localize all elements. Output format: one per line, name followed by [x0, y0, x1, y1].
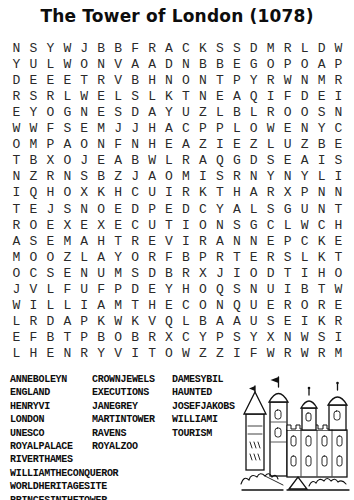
grid-cell-r14c11: B [178, 249, 195, 265]
grid-cell-r1c18: L [296, 40, 313, 56]
word-list-item: JANEGREY [92, 400, 172, 413]
grid-cell-r5c20: N [330, 104, 347, 120]
grid-cell-r15c7: M [110, 265, 127, 281]
grid-cell-r15c16: D [262, 265, 279, 281]
word-list-item: DAMESYBIL [172, 373, 242, 386]
grid-cell-r6c13: P [211, 121, 228, 137]
grid-cell-r7c15: Z [245, 137, 262, 153]
grid-cell-r18c13: A [211, 314, 228, 330]
grid-cell-r16c3: L [42, 282, 59, 298]
word-search-page: The Tower of London (1078) NSYWJBBFRACKS… [0, 0, 354, 500]
grid-cell-r10c12: K [194, 185, 211, 201]
grid-cell-r4c8: S [127, 88, 144, 104]
word-list-item: WILLIAMI [172, 413, 242, 426]
grid-cell-r12c16: C [262, 217, 279, 233]
grid-cell-r20c13: Z [211, 346, 228, 362]
grid-cell-r9c19: L [313, 169, 330, 185]
grid-cell-r20c12: Z [194, 346, 211, 362]
grid-cell-r16c20: W [330, 282, 347, 298]
grid-cell-r3c14: P [228, 72, 245, 88]
grid-cell-r12c17: L [279, 217, 296, 233]
grid-cell-r4c20: I [330, 88, 347, 104]
grid-cell-r18c3: D [42, 314, 59, 330]
grid-cell-r7c16: L [262, 137, 279, 153]
grid-cell-r5c15: L [245, 104, 262, 120]
grid-cell-r8c15: D [245, 153, 262, 169]
grid-cell-r4c4: L [59, 88, 76, 104]
grid-cell-r2c2: U [25, 56, 42, 72]
grid-cell-r20c14: I [228, 346, 245, 362]
grid-cell-r9c2: Z [25, 169, 42, 185]
grid-cell-r18c7: W [110, 314, 127, 330]
grid-cell-r15c9: D [144, 265, 161, 281]
grid-cell-r15c11: R [178, 265, 195, 281]
grid-cell-r4c11: T [178, 88, 195, 104]
grid-cell-r18c19: K [313, 314, 330, 330]
grid-cell-r19c7: O [110, 330, 127, 346]
grid-cell-r13c2: S [25, 233, 42, 249]
word-list-item: HENRYVI [10, 400, 92, 413]
grid-cell-r15c17: T [279, 265, 296, 281]
grid-cell-r15c14: I [228, 265, 245, 281]
grid-cell-r14c20: T [330, 249, 347, 265]
grid-cell-r4c17: F [279, 88, 296, 104]
grid-cell-r3c15: Y [245, 72, 262, 88]
grid-cell-r13c15: N [245, 233, 262, 249]
grid-cell-r11c9: P [144, 201, 161, 217]
grid-cell-r3c2: E [25, 72, 42, 88]
grid-cell-r14c17: S [279, 249, 296, 265]
grid-cell-r7c9: H [144, 137, 161, 153]
word-list-columns: ANNEBOLEYNENGLANDHENRYVILONDONUNESCOROYA… [10, 373, 242, 453]
grid-cell-r16c9: E [144, 282, 161, 298]
grid-cell-r4c18: D [296, 88, 313, 104]
grid-cell-r18c8: K [127, 314, 144, 330]
grid-cell-r14c12: P [194, 249, 211, 265]
grid-cell-r4c9: L [144, 88, 161, 104]
grid-cell-r16c17: I [279, 282, 296, 298]
grid-cell-r19c13: P [211, 330, 228, 346]
grid-cell-r17c2: I [25, 298, 42, 314]
grid-cell-r11c1: T [8, 201, 25, 217]
word-list-item: RIVERTHAMES [10, 453, 242, 466]
word-list-item: ROYALPALACE [10, 440, 92, 453]
grid-cell-r9c20: I [330, 169, 347, 185]
grid-cell-r11c2: E [25, 201, 42, 217]
grid-cell-r19c8: B [127, 330, 144, 346]
grid-cell-r15c4: E [59, 265, 76, 281]
grid-cell-r17c16: E [262, 298, 279, 314]
word-list-long-words: RIVERTHAMESWILLIAMTHECONQUERORWORLDHERIT… [10, 453, 242, 500]
grid-cell-r8c2: B [25, 153, 42, 169]
word-list-item: HAUNTED [172, 386, 242, 399]
grid-cell-r19c10: X [161, 330, 178, 346]
grid-cell-r2c12: B [194, 56, 211, 72]
grid-cell-r14c13: R [211, 249, 228, 265]
grid-cell-r7c7: F [110, 137, 127, 153]
grid-cell-r10c17: X [279, 185, 296, 201]
grid-cell-r3c12: N [194, 72, 211, 88]
grid-cell-r3c16: R [262, 72, 279, 88]
grid-cell-r5c19: S [313, 104, 330, 120]
grid-cell-r18c2: R [25, 314, 42, 330]
grid-cell-r15c15: O [245, 265, 262, 281]
grid-cell-r10c20: N [330, 185, 347, 201]
grid-cell-r6c6: M [93, 121, 110, 137]
grid-cell-r18c1: L [8, 314, 25, 330]
grid-cell-r8c5: J [76, 153, 93, 169]
castle-drawing-icon [239, 372, 353, 494]
grid-cell-r9c13: S [211, 169, 228, 185]
grid-cell-r10c6: K [93, 185, 110, 201]
grid-cell-r20c15: F [245, 346, 262, 362]
grid-cell-r17c10: E [161, 298, 178, 314]
grid-cell-r16c13: Q [211, 282, 228, 298]
grid-cell-r20c11: W [178, 346, 195, 362]
grid-cell-r16c19: T [313, 282, 330, 298]
grid-cell-r8c9: W [144, 153, 161, 169]
grid-cell-r15c1: O [8, 265, 25, 281]
grid-cell-r9c16: Y [262, 169, 279, 185]
grid-cell-r17c8: T [127, 298, 144, 314]
grid-cell-r18c10: Q [161, 314, 178, 330]
grid-cell-r10c5: X [76, 185, 93, 201]
grid-cell-r11c12: C [194, 201, 211, 217]
grid-cell-r1c10: A [161, 40, 178, 56]
word-list-item: WORLDHERITAGESITE [10, 480, 242, 493]
grid-cell-r6c17: E [279, 121, 296, 137]
grid-cell-r10c18: P [296, 185, 313, 201]
grid-cell-r8c18: A [296, 153, 313, 169]
grid-cell-r14c8: O [127, 249, 144, 265]
word-list-item: CROWNJEWELS [92, 373, 172, 386]
grid-cell-r11c13: Y [211, 201, 228, 217]
grid-cell-r7c18: Z [296, 137, 313, 153]
word-list-item: LONDON [10, 413, 92, 426]
grid-cell-r12c6: X [93, 217, 110, 233]
grid-cell-r1c11: C [178, 40, 195, 56]
grid-cell-r4c3: R [42, 88, 59, 104]
grid-cell-r6c5: E [76, 121, 93, 137]
grid-cell-r9c12: I [194, 169, 211, 185]
grid-cell-r11c18: U [296, 201, 313, 217]
grid-cell-r1c3: Y [42, 40, 59, 56]
grid-cell-r18c15: U [245, 314, 262, 330]
grid-cell-r9c8: J [127, 169, 144, 185]
grid-cell-r17c13: N [211, 298, 228, 314]
grid-cell-r17c12: O [194, 298, 211, 314]
grid-cell-r2c10: D [161, 56, 178, 72]
grid-cell-r4c16: I [262, 88, 279, 104]
grid-cell-r5c17: O [279, 104, 296, 120]
grid-cell-r11c20: T [330, 201, 347, 217]
grid-cell-r14c15: E [245, 249, 262, 265]
grid-cell-r18c14: A [228, 314, 245, 330]
word-list-item: PRINCESINTHETOWER [10, 494, 242, 500]
grid-cell-r7c20: E [330, 137, 347, 153]
grid-cell-r15c18: I [296, 265, 313, 281]
grid-cell-r14c16: R [262, 249, 279, 265]
grid-cell-r13c13: A [211, 233, 228, 249]
grid-cell-r13c16: E [262, 233, 279, 249]
grid-cell-r4c2: S [25, 88, 42, 104]
grid-cell-r20c5: R [76, 346, 93, 362]
grid-cell-r12c14: S [228, 217, 245, 233]
grid-cell-r19c20: I [330, 330, 347, 346]
grid-cell-r5c11: U [178, 104, 195, 120]
grid-cell-r19c5: P [76, 330, 93, 346]
grid-cell-r20c6: Y [93, 346, 110, 362]
grid-cell-r19c14: S [228, 330, 245, 346]
word-list-column-3: DAMESYBILHAUNTEDJOSEFJAKOBSWILLIAMITOURI… [172, 373, 242, 453]
grid-cell-r10c3: H [42, 185, 59, 201]
grid-cell-r1c13: S [211, 40, 228, 56]
grid-cell-r2c13: B [211, 56, 228, 72]
grid-cell-r17c1: W [8, 298, 25, 314]
grid-cell-r7c12: Z [194, 137, 211, 153]
grid-cell-r3c17: W [279, 72, 296, 88]
grid-cell-r6c14: L [228, 121, 245, 137]
grid-cell-r14c19: K [313, 249, 330, 265]
grid-cell-r19c11: C [178, 330, 195, 346]
grid-cell-r16c5: U [76, 282, 93, 298]
grid-cell-r5c8: D [127, 104, 144, 120]
grid-cell-r11c16: S [262, 201, 279, 217]
grid-cell-r13c9: E [144, 233, 161, 249]
grid-cell-r2c4: W [59, 56, 76, 72]
grid-cell-r5c10: Y [161, 104, 178, 120]
grid-cell-r2c3: L [42, 56, 59, 72]
grid-cell-r10c13: T [211, 185, 228, 201]
grid-cell-r7c10: E [161, 137, 178, 153]
grid-cell-r1c16: M [262, 40, 279, 56]
grid-cell-r14c5: L [76, 249, 93, 265]
word-list-item: ROYALZOO [92, 440, 172, 453]
grid-cell-r5c6: E [93, 104, 110, 120]
grid-cell-r11c19: N [313, 201, 330, 217]
grid-cell-r18c11: L [178, 314, 195, 330]
grid-cell-r18c6: K [93, 314, 110, 330]
grid-cell-r11c10: E [161, 201, 178, 217]
grid-cell-r10c2: Q [25, 185, 42, 201]
grid-cell-r13c14: N [228, 233, 245, 249]
grid-cell-r2c16: O [262, 56, 279, 72]
grid-cell-r6c12: P [194, 121, 211, 137]
word-list-column-2: CROWNJEWELSEXECUTIONSJANEGREYMARTINTOWER… [92, 373, 172, 453]
word-list-item: TOURISM [172, 427, 242, 440]
word-search-grid: NSYWJBBFRACKSSDMRLDWYULWONVAADNBBEGOPOAP… [8, 40, 347, 362]
grid-cell-r4c19: E [313, 88, 330, 104]
grid-cell-r1c12: K [194, 40, 211, 56]
grid-cell-r12c8: C [127, 217, 144, 233]
grid-cell-r1c4: W [59, 40, 76, 56]
grid-cell-r13c20: E [330, 233, 347, 249]
word-list: ANNEBOLEYNENGLANDHENRYVILONDONUNESCOROYA… [10, 373, 242, 500]
grid-cell-r3c1: D [8, 72, 25, 88]
grid-cell-r8c13: Q [211, 153, 228, 169]
grid-cell-r20c4: N [59, 346, 76, 362]
word-list-item: RAVENS [92, 427, 172, 440]
grid-cell-r2c19: A [313, 56, 330, 72]
grid-cell-r5c14: B [228, 104, 245, 120]
grid-cell-r12c13: N [211, 217, 228, 233]
grid-cell-r15c12: X [194, 265, 211, 281]
grid-cell-r16c10: Y [161, 282, 178, 298]
grid-cell-r1c2: S [25, 40, 42, 56]
grid-cell-r4c6: E [93, 88, 110, 104]
grid-cell-r16c18: B [296, 282, 313, 298]
grid-cell-r16c6: F [93, 282, 110, 298]
grid-cell-r7c8: N [127, 137, 144, 153]
grid-cell-r6c8: J [127, 121, 144, 137]
grid-cell-r4c1: R [8, 88, 25, 104]
grid-cell-r2c9: A [144, 56, 161, 72]
grid-cell-r13c12: R [194, 233, 211, 249]
grid-cell-r4c14: A [228, 88, 245, 104]
grid-cell-r12c20: H [330, 217, 347, 233]
grid-cell-r20c19: R [313, 346, 330, 362]
grid-cell-r11c4: S [59, 201, 76, 217]
grid-cell-r8c10: L [161, 153, 178, 169]
grid-cell-r2c18: O [296, 56, 313, 72]
grid-cell-r11c17: G [279, 201, 296, 217]
grid-cell-r11c15: L [245, 201, 262, 217]
grid-cell-r12c7: E [110, 217, 127, 233]
grid-cell-r8c4: O [59, 153, 76, 169]
grid-cell-r8c19: I [313, 153, 330, 169]
grid-cell-r1c19: D [313, 40, 330, 56]
grid-cell-r1c9: R [144, 40, 161, 56]
grid-cell-r18c5: P [76, 314, 93, 330]
grid-cell-r16c8: D [127, 282, 144, 298]
grid-cell-r10c11: R [178, 185, 195, 201]
grid-cell-r17c17: R [279, 298, 296, 314]
grid-cell-r5c16: R [262, 104, 279, 120]
grid-cell-r8c8: B [127, 153, 144, 169]
grid-cell-r2c14: E [228, 56, 245, 72]
grid-cell-r5c13: L [211, 104, 228, 120]
grid-cell-r4c5: W [76, 88, 93, 104]
grid-cell-r8c12: A [194, 153, 211, 169]
grid-cell-r9c7: Z [110, 169, 127, 185]
grid-cell-r9c10: O [161, 169, 178, 185]
grid-cell-r19c18: W [296, 330, 313, 346]
grid-cell-r14c3: O [42, 249, 59, 265]
grid-cell-r16c14: S [228, 282, 245, 298]
grid-cell-r11c6: O [93, 201, 110, 217]
grid-cell-r7c19: B [313, 137, 330, 153]
grid-cell-r3c6: R [93, 72, 110, 88]
grid-cell-r2c1: Y [8, 56, 25, 72]
grid-cell-r10c15: A [245, 185, 262, 201]
grid-cell-r6c3: F [42, 121, 59, 137]
grid-cell-r16c15: N [245, 282, 262, 298]
grid-cell-r14c7: Y [110, 249, 127, 265]
grid-cell-r5c18: O [296, 104, 313, 120]
grid-cell-r12c1: R [8, 217, 25, 233]
grid-cell-r7c2: M [25, 137, 42, 153]
grid-cell-r16c2: V [25, 282, 42, 298]
grid-cell-r2c11: N [178, 56, 195, 72]
grid-cell-r17c19: R [313, 298, 330, 314]
grid-cell-r15c2: C [25, 265, 42, 281]
grid-cell-r14c2: O [25, 249, 42, 265]
grid-cell-r19c15: Y [245, 330, 262, 346]
word-list-item: MARTINTOWER [92, 413, 172, 426]
grid-cell-r12c15: G [245, 217, 262, 233]
grid-cell-r8c17: E [279, 153, 296, 169]
grid-cell-r12c4: X [59, 217, 76, 233]
grid-cell-r7c4: A [59, 137, 76, 153]
grid-cell-r7c1: O [8, 137, 25, 153]
grid-cell-r6c16: W [262, 121, 279, 137]
grid-cell-r6c1: W [8, 121, 25, 137]
grid-cell-r8c20: S [330, 153, 347, 169]
grid-cell-r18c18: I [296, 314, 313, 330]
word-list-item: JOSEFJAKOBS [172, 400, 242, 413]
grid-cell-r11c11: D [178, 201, 195, 217]
grid-cell-r12c19: C [313, 217, 330, 233]
grid-cell-r12c10: T [161, 217, 178, 233]
grid-cell-r10c10: I [161, 185, 178, 201]
grid-cell-r8c3: X [42, 153, 59, 169]
grid-cell-r2c6: N [93, 56, 110, 72]
grid-cell-r10c9: U [144, 185, 161, 201]
grid-cell-r13c7: T [110, 233, 127, 249]
grid-cell-r9c17: N [279, 169, 296, 185]
grid-cell-r3c10: N [161, 72, 178, 88]
grid-cell-r14c6: A [93, 249, 110, 265]
grid-cell-r15c8: S [127, 265, 144, 281]
grid-cell-r2c17: P [279, 56, 296, 72]
grid-cell-r20c20: M [330, 346, 347, 362]
grid-cell-r10c7: H [110, 185, 127, 201]
grid-cell-r1c8: F [127, 40, 144, 56]
grid-cell-r17c3: L [42, 298, 59, 314]
grid-cell-r13c8: R [127, 233, 144, 249]
grid-cell-r5c7: S [110, 104, 127, 120]
grid-cell-r3c8: B [127, 72, 144, 88]
grid-cell-r9c3: R [42, 169, 59, 185]
grid-cell-r13c1: A [8, 233, 25, 249]
grid-cell-r4c7: L [110, 88, 127, 104]
grid-cell-r6c7: J [110, 121, 127, 137]
grid-cell-r13c17: P [279, 233, 296, 249]
grid-cell-r8c11: R [178, 153, 195, 169]
grid-cell-r3c18: N [296, 72, 313, 88]
grid-cell-r19c6: B [93, 330, 110, 346]
grid-cell-r5c2: Y [25, 104, 42, 120]
grid-cell-r11c3: J [42, 201, 59, 217]
grid-cell-r12c12: O [194, 217, 211, 233]
grid-cell-r20c16: W [262, 346, 279, 362]
grid-cell-r20c3: E [42, 346, 59, 362]
grid-cell-r5c5: N [76, 104, 93, 120]
grid-cell-r17c9: H [144, 298, 161, 314]
grid-cell-r17c20: E [330, 298, 347, 314]
grid-cell-r17c7: M [110, 298, 127, 314]
grid-cell-r8c7: A [110, 153, 127, 169]
grid-cell-r13c3: E [42, 233, 59, 249]
grid-cell-r12c2: O [25, 217, 42, 233]
grid-cell-r11c5: N [76, 201, 93, 217]
grid-cell-r11c7: E [110, 201, 127, 217]
grid-cell-r14c1: M [8, 249, 25, 265]
grid-cell-r19c2: F [25, 330, 42, 346]
grid-cell-r6c4: S [59, 121, 76, 137]
grid-cell-r4c10: K [161, 88, 178, 104]
word-list-item: WILLIAMTHECONQUEROR [10, 467, 242, 480]
